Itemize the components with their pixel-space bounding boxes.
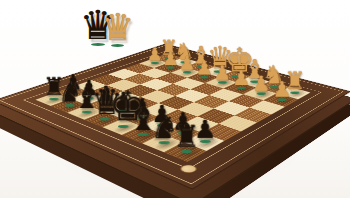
piece-white-pawn-h2: ♟ [270, 79, 295, 100]
chess-set-photo: ♛ ♛ ♜♞♝♛♚♝♞♜♟♟♟♟♟♟♟♟♟♟♟♟♟♟♟♟♜♞♝♛♚♝♞♜ [0, 0, 350, 198]
extra-queen-white: ♛ [101, 9, 134, 46]
piece-black-rook-h8: ♜ [172, 122, 202, 152]
